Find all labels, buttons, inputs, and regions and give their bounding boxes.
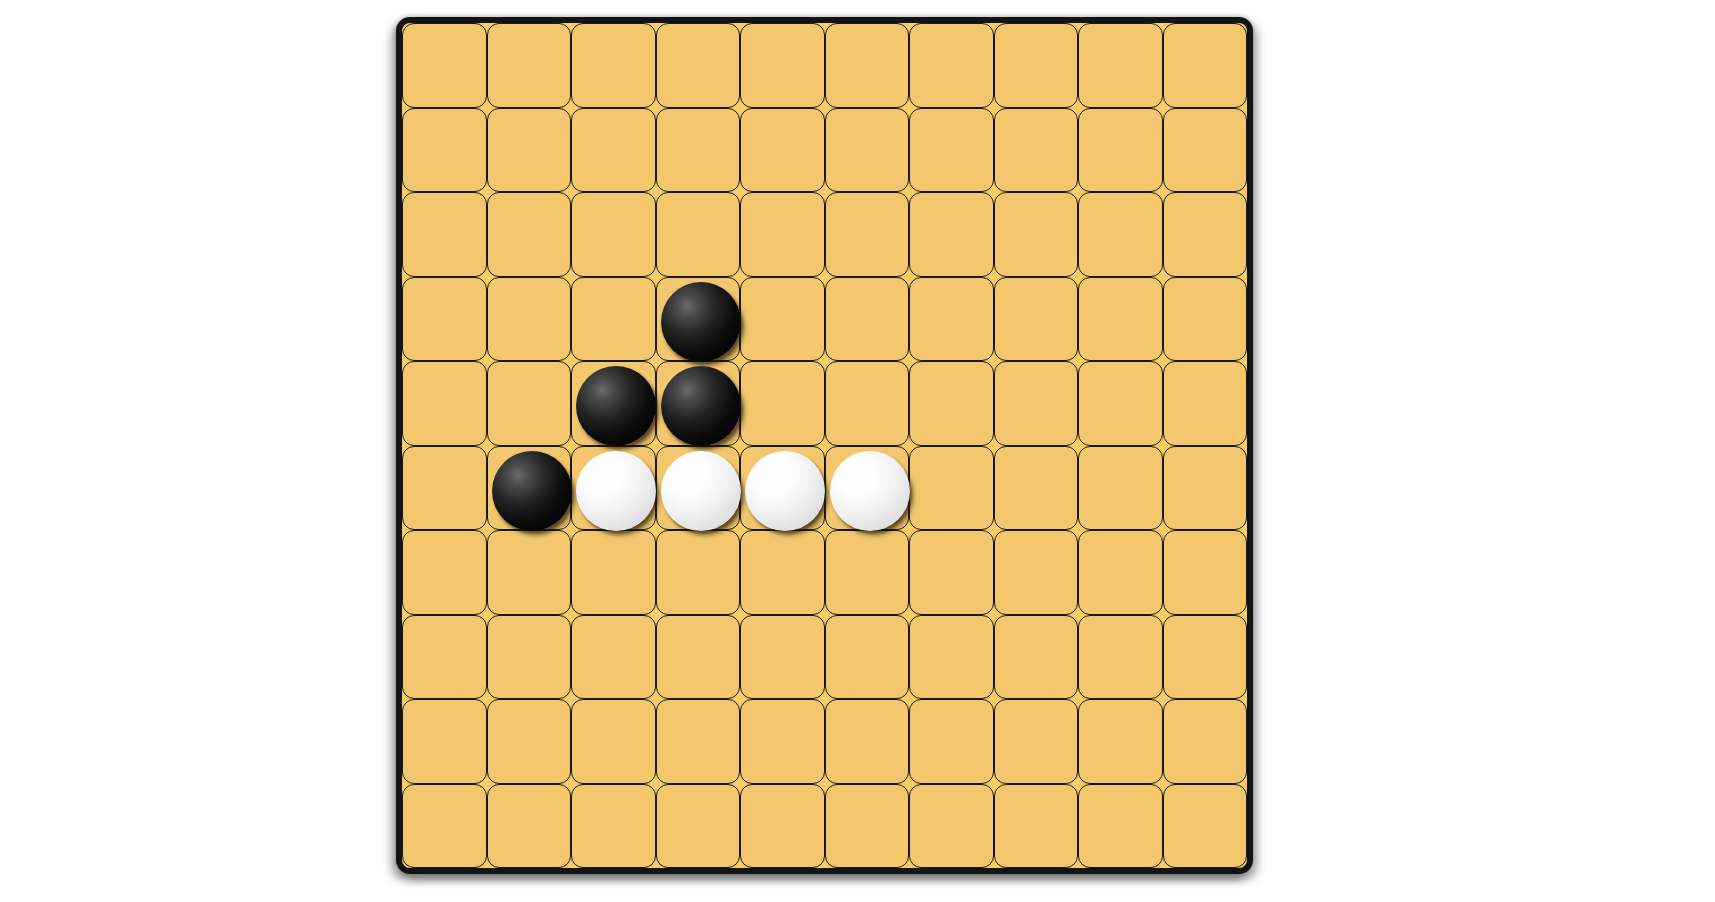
white-stone <box>661 451 741 531</box>
board-cell[interactable] <box>656 277 741 362</box>
board-cell[interactable] <box>1078 108 1163 193</box>
board-cell[interactable] <box>402 784 487 869</box>
board-cell[interactable] <box>825 108 910 193</box>
board-cell[interactable] <box>402 361 487 446</box>
board-cell[interactable] <box>994 361 1079 446</box>
board-cell[interactable] <box>1163 108 1248 193</box>
board-cell[interactable] <box>1163 615 1248 700</box>
board-cell[interactable] <box>1078 23 1163 108</box>
black-stone <box>661 282 741 362</box>
board-cell[interactable] <box>825 361 910 446</box>
board-cell[interactable] <box>656 699 741 784</box>
board-cell[interactable] <box>740 361 825 446</box>
board-cell[interactable] <box>740 108 825 193</box>
black-stone <box>661 366 741 446</box>
board-cell[interactable] <box>656 361 741 446</box>
board-cell[interactable] <box>656 784 741 869</box>
board-cell[interactable] <box>909 699 994 784</box>
board-cell[interactable] <box>994 784 1079 869</box>
board-cell[interactable] <box>1163 699 1248 784</box>
board-cell[interactable] <box>1078 784 1163 869</box>
white-stone <box>830 451 910 531</box>
board-cell[interactable] <box>825 277 910 362</box>
board-cell[interactable] <box>1078 192 1163 277</box>
board-cell[interactable] <box>1078 615 1163 700</box>
board-cell[interactable] <box>994 108 1079 193</box>
board-cell[interactable] <box>402 192 487 277</box>
board-cell[interactable] <box>1163 23 1248 108</box>
board-cell[interactable] <box>740 446 825 531</box>
board-cell[interactable] <box>487 699 572 784</box>
board-cell[interactable] <box>909 784 994 869</box>
board-cell[interactable] <box>656 192 741 277</box>
board-cell[interactable] <box>487 361 572 446</box>
board-cell[interactable] <box>402 615 487 700</box>
board-cell[interactable] <box>1163 192 1248 277</box>
board-cell[interactable] <box>487 446 572 531</box>
board-cell[interactable] <box>571 192 656 277</box>
board-cell[interactable] <box>740 23 825 108</box>
black-stone <box>492 451 572 531</box>
board-cell[interactable] <box>1163 446 1248 531</box>
board-cell[interactable] <box>740 277 825 362</box>
board-cell[interactable] <box>909 277 994 362</box>
board-cell[interactable] <box>1078 361 1163 446</box>
board-cell[interactable] <box>1163 530 1248 615</box>
board-cell[interactable] <box>402 108 487 193</box>
board-cell[interactable] <box>656 530 741 615</box>
board-cell[interactable] <box>1163 361 1248 446</box>
board-cell[interactable] <box>994 530 1079 615</box>
board-cell[interactable] <box>825 192 910 277</box>
board-cell[interactable] <box>571 615 656 700</box>
board-cell[interactable] <box>825 530 910 615</box>
black-stone <box>576 366 656 446</box>
board-cell[interactable] <box>487 277 572 362</box>
board-cell[interactable] <box>909 361 994 446</box>
board-cell[interactable] <box>909 446 994 531</box>
board-cell[interactable] <box>402 530 487 615</box>
board-cell[interactable] <box>487 23 572 108</box>
board-cell[interactable] <box>994 23 1079 108</box>
board-cell[interactable] <box>402 699 487 784</box>
board-cell[interactable] <box>487 784 572 869</box>
board-cell[interactable] <box>994 192 1079 277</box>
board-cell[interactable] <box>825 615 910 700</box>
board-cell[interactable] <box>402 23 487 108</box>
board-cell[interactable] <box>825 446 910 531</box>
board-cell[interactable] <box>487 615 572 700</box>
board-cell[interactable] <box>740 615 825 700</box>
white-stone <box>576 451 656 531</box>
board-cell[interactable] <box>1163 277 1248 362</box>
white-stone <box>745 451 825 531</box>
board-cell[interactable] <box>571 361 656 446</box>
board-cell[interactable] <box>1078 699 1163 784</box>
board-cell[interactable] <box>487 192 572 277</box>
board-cell[interactable] <box>402 277 487 362</box>
board-cell[interactable] <box>909 108 994 193</box>
board-cell[interactable] <box>740 784 825 869</box>
board-cell[interactable] <box>487 530 572 615</box>
board-cell[interactable] <box>571 108 656 193</box>
board-cell[interactable] <box>1163 784 1248 869</box>
board-cell[interactable] <box>571 784 656 869</box>
board-cell[interactable] <box>994 446 1079 531</box>
board-cell[interactable] <box>909 192 994 277</box>
board-cell[interactable] <box>402 446 487 531</box>
game-board <box>396 17 1253 874</box>
board-cell[interactable] <box>994 699 1079 784</box>
board-cell[interactable] <box>909 615 994 700</box>
board-cell[interactable] <box>740 192 825 277</box>
board-cell[interactable] <box>1078 446 1163 531</box>
board-cell[interactable] <box>825 23 910 108</box>
board-cell[interactable] <box>1078 277 1163 362</box>
board-cell[interactable] <box>571 530 656 615</box>
board-cell[interactable] <box>571 446 656 531</box>
board-cell[interactable] <box>740 530 825 615</box>
board-cell[interactable] <box>487 108 572 193</box>
board-cell[interactable] <box>909 530 994 615</box>
board-cell[interactable] <box>825 784 910 869</box>
board-cell[interactable] <box>656 615 741 700</box>
board-cell[interactable] <box>994 277 1079 362</box>
board-cell[interactable] <box>825 699 910 784</box>
board-cell[interactable] <box>740 699 825 784</box>
board-cell[interactable] <box>994 615 1079 700</box>
board-cell[interactable] <box>656 446 741 531</box>
board-cell[interactable] <box>571 23 656 108</box>
board-cell[interactable] <box>571 699 656 784</box>
board-cell[interactable] <box>571 277 656 362</box>
board-cell[interactable] <box>656 108 741 193</box>
board-cell[interactable] <box>909 23 994 108</box>
board-cell[interactable] <box>1078 530 1163 615</box>
page <box>0 0 1715 902</box>
board-cell[interactable] <box>656 23 741 108</box>
